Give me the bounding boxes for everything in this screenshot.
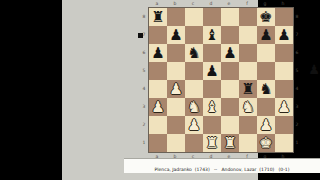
- rank-label-5: 5: [141, 61, 147, 79]
- file-labels-top: abcdefgh: [148, 1, 292, 6]
- black-to-move-indicator: [138, 33, 143, 38]
- piece-white-pawn-a3: ♟: [149, 98, 167, 116]
- square-a1: [149, 134, 167, 152]
- square-e3: [221, 98, 239, 116]
- square-g1: ♚: [257, 134, 275, 152]
- square-a8: ♜: [149, 8, 167, 26]
- piece-white-pawn-g2: ♟: [257, 116, 275, 134]
- piece-black-pawn-g7: ♟: [257, 26, 275, 44]
- piece-black-pawn-e6: ♟: [221, 44, 239, 62]
- square-d5: ♟: [203, 62, 221, 80]
- square-g7: ♟: [257, 26, 275, 44]
- rank-label-4: 4: [141, 79, 147, 97]
- square-d7: ♝: [203, 26, 221, 44]
- rank-label-6: 6: [294, 43, 300, 61]
- square-a4: [149, 80, 167, 98]
- square-e8: [221, 8, 239, 26]
- square-d2: [203, 116, 221, 134]
- square-g4: ♞: [257, 80, 275, 98]
- rank-labels-right: 87654321: [294, 7, 300, 151]
- square-d3: ♝: [203, 98, 221, 116]
- rank-label-2: 2: [141, 115, 147, 133]
- rank-label-2: 2: [294, 115, 300, 133]
- square-b5: [167, 62, 185, 80]
- diagram-background: abcdefgh abcdefgh 87654321 87654321 ♜♚♟♝…: [62, 0, 258, 180]
- file-label-d: d: [202, 1, 220, 6]
- square-g2: ♟: [257, 116, 275, 134]
- piece-black-bishop-d7: ♝: [203, 26, 221, 44]
- piece-black-knight-g4: ♞: [257, 80, 275, 98]
- square-b6: [167, 44, 185, 62]
- square-d6: [203, 44, 221, 62]
- square-c8: [185, 8, 203, 26]
- square-h8: [275, 8, 293, 26]
- piece-white-pawn-b4: ♟: [167, 80, 185, 98]
- file-label-c: c: [184, 1, 202, 6]
- square-c1: [185, 134, 203, 152]
- square-f2: [239, 116, 257, 134]
- square-c2: ♟: [185, 116, 203, 134]
- file-label-g: g: [256, 1, 274, 6]
- square-c4: [185, 80, 203, 98]
- piece-white-knight-c3: ♞: [185, 98, 203, 116]
- piece-white-rook-e1: ♜: [221, 134, 239, 152]
- piece-black-rook-a8: ♜: [149, 8, 167, 26]
- square-h1: [275, 134, 293, 152]
- rank-label-3: 3: [141, 97, 147, 115]
- piece-black-rook-f4: ♜: [239, 80, 257, 98]
- square-e5: [221, 62, 239, 80]
- square-g3: [257, 98, 275, 116]
- square-a5: [149, 62, 167, 80]
- square-e4: [221, 80, 239, 98]
- square-f1: [239, 134, 257, 152]
- square-c3: ♞: [185, 98, 203, 116]
- square-g6: [257, 44, 275, 62]
- square-h6: [275, 44, 293, 62]
- rank-label-5: 5: [294, 61, 300, 79]
- square-f3: ♞: [239, 98, 257, 116]
- square-f8: [239, 8, 257, 26]
- file-label-b: b: [166, 1, 184, 6]
- square-h4: [275, 80, 293, 98]
- rank-label-8: 8: [294, 7, 300, 25]
- square-h5: [275, 62, 293, 80]
- rank-label-1: 1: [294, 133, 300, 151]
- square-a7: [149, 26, 167, 44]
- square-e2: [221, 116, 239, 134]
- rank-label-1: 1: [141, 133, 147, 151]
- chess-board: ♜♚♟♝♟♟♟♞♟♟♟♜♞♟♞♝♞♟♟♟♜♜♚: [148, 7, 294, 153]
- video-frame: abcdefgh abcdefgh 87654321 87654321 ♜♚♟♝…: [0, 0, 320, 180]
- square-g8: ♚: [257, 8, 275, 26]
- rank-label-8: 8: [141, 7, 147, 25]
- square-c6: ♞: [185, 44, 203, 62]
- piece-white-pawn-c2: ♟: [185, 116, 203, 134]
- square-b7: ♟: [167, 26, 185, 44]
- piece-black-knight-c6: ♞: [185, 44, 203, 62]
- square-h3: ♟: [275, 98, 293, 116]
- file-label-e: e: [220, 1, 238, 6]
- material-advantage-pawn-icon: ♟: [307, 62, 320, 78]
- piece-black-pawn-b7: ♟: [167, 26, 185, 44]
- piece-black-pawn-a6: ♟: [149, 44, 167, 62]
- square-e6: ♟: [221, 44, 239, 62]
- square-h7: ♟: [275, 26, 293, 44]
- square-f6: [239, 44, 257, 62]
- rank-labels-left: 87654321: [141, 7, 147, 151]
- square-f4: ♜: [239, 80, 257, 98]
- square-a3: ♟: [149, 98, 167, 116]
- rank-label-6: 6: [141, 43, 147, 61]
- rank-label-7: 7: [294, 25, 300, 43]
- square-f7: [239, 26, 257, 44]
- piece-white-bishop-d3: ♝: [203, 98, 221, 116]
- piece-black-king-g8: ♚: [257, 8, 275, 26]
- file-label-h: h: [274, 1, 292, 6]
- square-a6: ♟: [149, 44, 167, 62]
- square-b1: [167, 134, 185, 152]
- piece-white-knight-f3: ♞: [239, 98, 257, 116]
- square-b3: [167, 98, 185, 116]
- square-e1: ♜: [221, 134, 239, 152]
- file-label-f: f: [238, 1, 256, 6]
- square-c5: [185, 62, 203, 80]
- square-a2: [149, 116, 167, 134]
- square-d4: [203, 80, 221, 98]
- rank-label-3: 3: [294, 97, 300, 115]
- square-g5: [257, 62, 275, 80]
- square-f5: [239, 62, 257, 80]
- game-caption: Plenca, Jadranko (1743) -- Andonov, Laza…: [124, 158, 320, 173]
- piece-white-rook-d1: ♜: [203, 134, 221, 152]
- piece-white-king-g1: ♚: [257, 134, 275, 152]
- file-label-a: a: [148, 1, 166, 6]
- piece-black-pawn-d5: ♟: [203, 62, 221, 80]
- players-result-line: Plenca, Jadranko (1743) -- Andonov, Laza…: [124, 168, 320, 173]
- square-b8: [167, 8, 185, 26]
- square-b4: ♟: [167, 80, 185, 98]
- square-e7: [221, 26, 239, 44]
- square-d1: ♜: [203, 134, 221, 152]
- square-h2: [275, 116, 293, 134]
- square-d8: [203, 8, 221, 26]
- piece-white-pawn-h3: ♟: [275, 98, 293, 116]
- square-b2: [167, 116, 185, 134]
- piece-black-pawn-h7: ♟: [275, 26, 293, 44]
- rank-label-4: 4: [294, 79, 300, 97]
- square-c7: [185, 26, 203, 44]
